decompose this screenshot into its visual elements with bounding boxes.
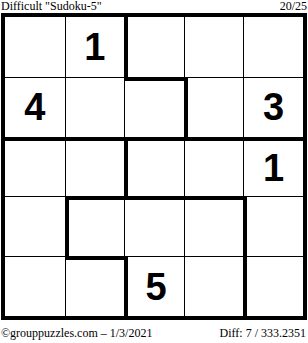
cell-r1c2: 1 (65, 17, 125, 77)
header: Difficult "Sudoku-5" 20/25 (0, 0, 308, 13)
cell-r4c3[interactable] (124, 196, 184, 256)
cell-r2c3[interactable] (124, 77, 184, 137)
cell-r5c1[interactable] (5, 256, 65, 316)
puzzle-counter: 20/25 (280, 0, 307, 13)
cell-r2c1: 4 (5, 77, 65, 137)
cell-r3c3[interactable] (124, 137, 184, 197)
copyright-text: ©grouppuzzles.com – 1/3/2021 (1, 325, 152, 341)
puzzle-page: { "game": "Sudoku-5 (5x5 irregular jigsa… (0, 0, 308, 343)
cell-r1c1[interactable] (5, 17, 65, 77)
cell-r1c3[interactable] (124, 17, 184, 77)
cell-r4c5[interactable] (243, 196, 303, 256)
cell-r4c2[interactable] (65, 196, 125, 256)
puzzle-title: Difficult "Sudoku-5" (1, 0, 102, 13)
sudoku-board: 1 4 3 1 5 (1, 13, 307, 320)
footer: ©grouppuzzles.com – 1/3/2021 Diff: 7 / 3… (0, 324, 308, 343)
cell-r5c2[interactable] (65, 256, 125, 316)
cell-r2c5: 3 (243, 77, 303, 137)
cell-r5c3: 5 (124, 256, 184, 316)
cell-r3c5: 1 (243, 137, 303, 197)
cell-r3c2[interactable] (65, 137, 125, 197)
cell-r2c4[interactable] (184, 77, 244, 137)
cell-r4c4[interactable] (184, 196, 244, 256)
cell-r3c1[interactable] (5, 137, 65, 197)
cell-r5c5[interactable] (243, 256, 303, 316)
difficulty-text: Diff: 7 / 333.2351 (220, 325, 306, 341)
cell-r1c5[interactable] (243, 17, 303, 77)
cell-r3c4[interactable] (184, 137, 244, 197)
cell-r2c2[interactable] (65, 77, 125, 137)
cell-r4c1[interactable] (5, 196, 65, 256)
cell-r1c4[interactable] (184, 17, 244, 77)
cell-r5c4[interactable] (184, 256, 244, 316)
